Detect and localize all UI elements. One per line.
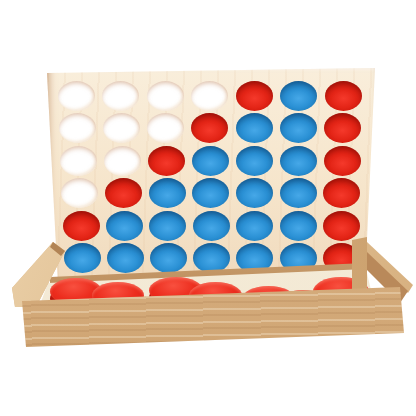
board-cell-r3c4[interactable] <box>192 146 229 176</box>
board-cell-r3c6[interactable] <box>280 146 317 176</box>
board-cell-r4c7[interactable] <box>323 178 360 208</box>
board-cell-r5c6[interactable] <box>280 211 317 241</box>
board-cell-r5c2[interactable] <box>106 211 143 241</box>
board-cell-r1c5[interactable] <box>236 81 273 111</box>
tray-disc-4[interactable] <box>189 282 242 316</box>
board-cell-r1c3[interactable] <box>147 81 184 111</box>
board-cell-r1c2[interactable] <box>102 81 139 111</box>
board-cell-r2c3[interactable] <box>147 113 184 143</box>
connect-four-board <box>47 68 375 285</box>
board-cell-r6c5[interactable] <box>236 243 273 273</box>
board-cell-r2c1[interactable] <box>59 113 96 143</box>
board-cell-r5c5[interactable] <box>236 211 273 241</box>
board-cell-r2c6[interactable] <box>280 113 317 143</box>
board-cell-r1c7[interactable] <box>325 81 362 111</box>
board-cell-r4c5[interactable] <box>236 178 273 208</box>
tray-disc-2[interactable] <box>92 282 144 316</box>
board-cell-r6c1[interactable] <box>64 243 101 273</box>
board-cell-r5c7[interactable] <box>323 211 360 241</box>
board-cell-r3c1[interactable] <box>60 146 97 176</box>
board-cell-r2c5[interactable] <box>236 113 273 143</box>
board-cell-r6c7[interactable] <box>323 243 360 273</box>
scene <box>0 0 416 416</box>
board-cell-r4c4[interactable] <box>192 178 229 208</box>
tray-disc-7[interactable] <box>313 277 369 313</box>
tray-disc-top <box>189 282 242 309</box>
board-cell-r4c3[interactable] <box>149 178 186 208</box>
board-cell-r4c1[interactable] <box>61 178 98 208</box>
board-cell-r2c2[interactable] <box>103 113 140 143</box>
board-cell-r5c1[interactable] <box>63 211 100 241</box>
board-cell-r6c4[interactable] <box>193 243 230 273</box>
board-cell-r3c3[interactable] <box>148 146 185 176</box>
board-cell-r2c4[interactable] <box>191 113 228 143</box>
board-cell-r1c1[interactable] <box>58 81 95 111</box>
board-cell-r6c6[interactable] <box>280 243 317 273</box>
board-cell-r5c4[interactable] <box>193 211 230 241</box>
tray-disc-top <box>92 282 144 309</box>
board-cell-r3c5[interactable] <box>236 146 273 176</box>
board-cell-r5c3[interactable] <box>149 211 186 241</box>
board-cell-r3c2[interactable] <box>104 146 141 176</box>
board-cell-r6c2[interactable] <box>107 243 144 273</box>
board-cell-r2c7[interactable] <box>324 113 361 143</box>
board-cell-r4c2[interactable] <box>105 178 142 208</box>
board-cell-r1c6[interactable] <box>280 81 317 111</box>
board-cell-r6c3[interactable] <box>150 243 187 273</box>
board-cell-r1c4[interactable] <box>191 81 228 111</box>
tray-disc-top <box>313 277 369 306</box>
board-cell-r4c6[interactable] <box>280 178 317 208</box>
board-cell-r3c7[interactable] <box>324 146 361 176</box>
